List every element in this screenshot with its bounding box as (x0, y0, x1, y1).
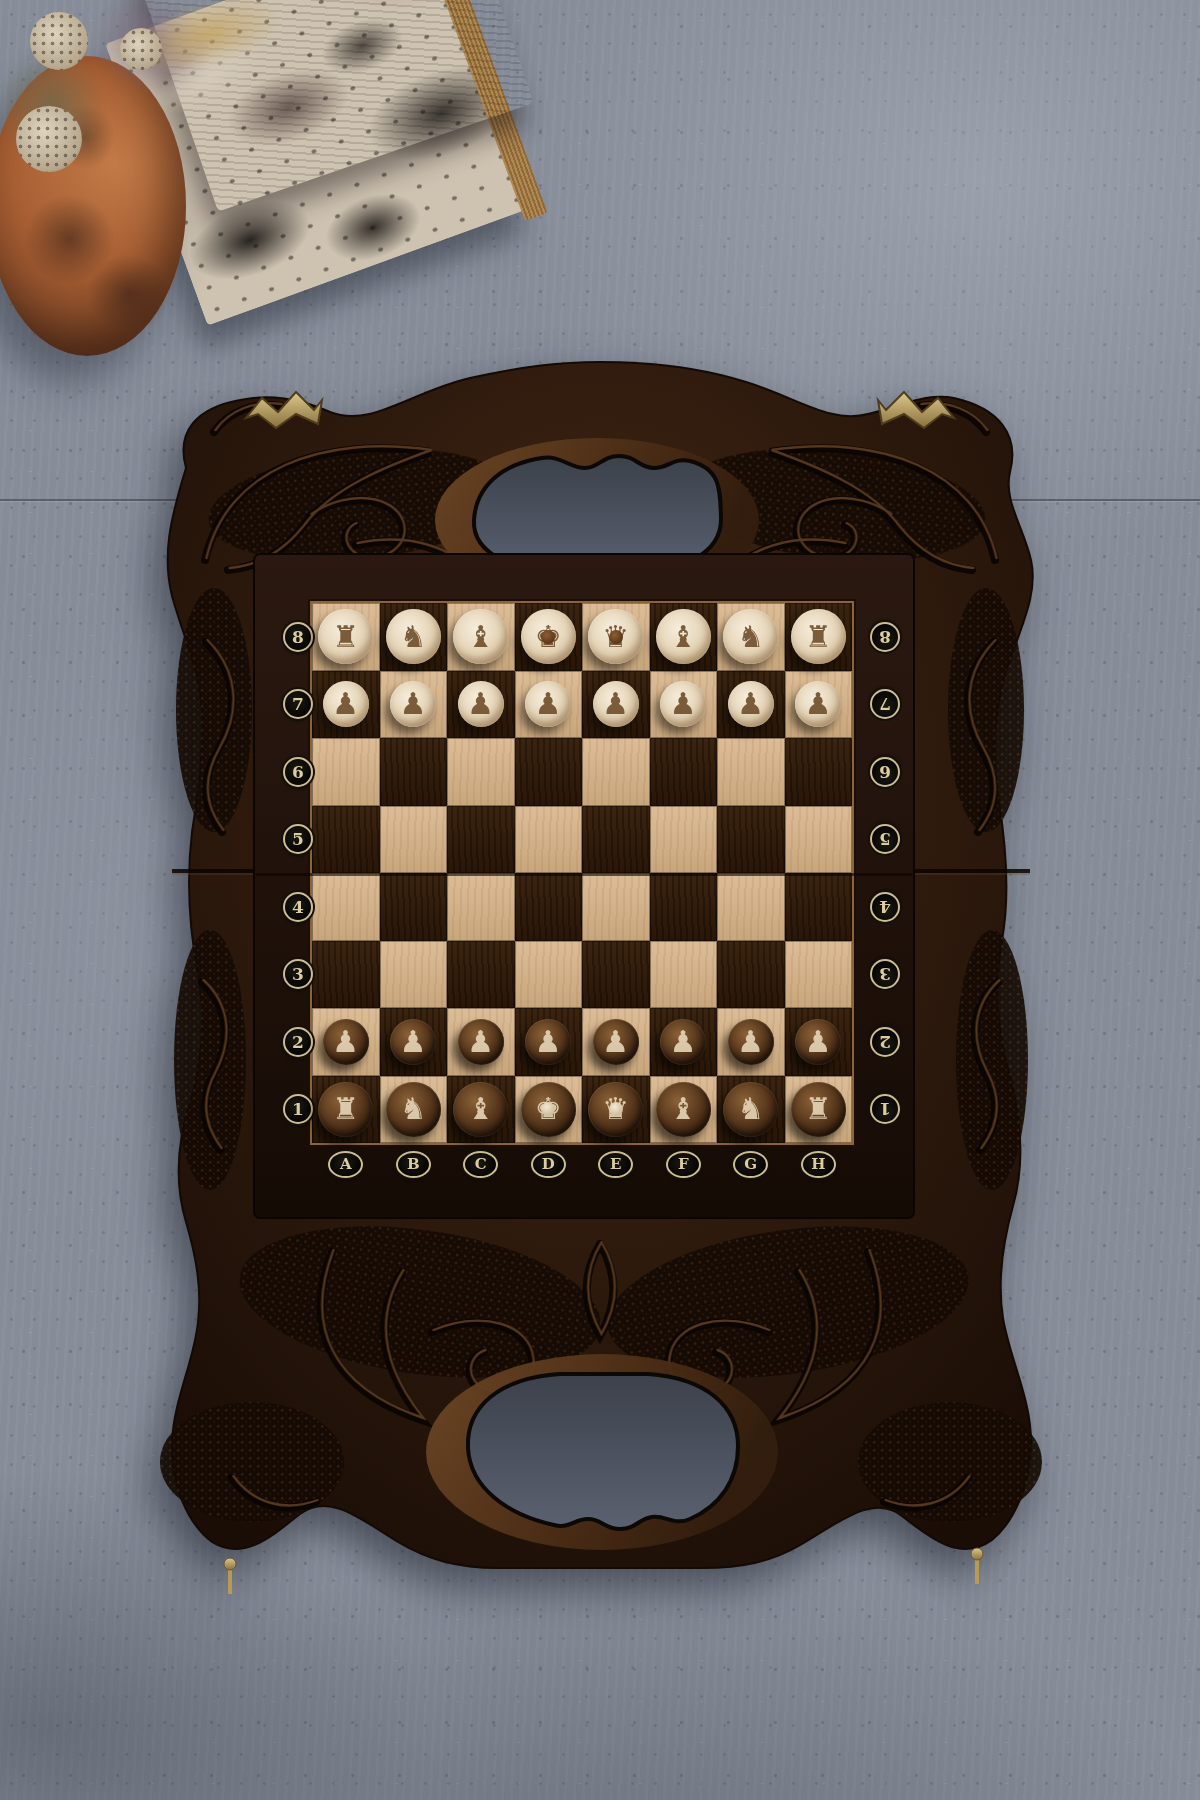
square-h5 (785, 806, 853, 874)
piece-black-bishop: ♝ (447, 1076, 515, 1144)
piece-black-pawn: ♟ (582, 1008, 650, 1076)
square-g5 (717, 806, 785, 874)
rank-slot: 7 (870, 671, 900, 739)
file-slot: H (785, 1149, 853, 1179)
rank-label-right-5: 5 (870, 824, 900, 854)
piece-white-pawn: ♟ (312, 671, 380, 739)
piece-white-rook: ♜ (312, 603, 380, 671)
rank-label-right-4: 4 (870, 892, 900, 922)
bottom-handle-cutout (468, 1374, 738, 1529)
brass-pin-right (971, 1548, 983, 1584)
rook-glyph-icon: ♜ (332, 1094, 359, 1124)
rank-slot: 6 (283, 738, 313, 806)
square-a7: ♟ (312, 671, 380, 739)
pawn-glyph-icon: ♟ (332, 1027, 359, 1057)
square-f1: ♝ (650, 1076, 718, 1144)
rank-slot: 1 (870, 1076, 900, 1144)
rank-slot: 5 (283, 806, 313, 874)
file-label-a: A (328, 1151, 363, 1178)
piece-white-pawn: ♟ (650, 671, 718, 739)
rank-slot: 2 (283, 1008, 313, 1076)
knight-glyph-icon: ♞ (737, 1094, 764, 1124)
square-d2: ♟ (515, 1008, 583, 1076)
bishop-glyph-icon: ♝ (467, 1094, 494, 1124)
piece-white-queen: ♛ (582, 603, 650, 671)
square-d5 (515, 806, 583, 874)
piece-black-pawn: ♟ (515, 1008, 583, 1076)
pawn-glyph-icon: ♟ (805, 1027, 832, 1057)
piece-black-pawn: ♟ (447, 1008, 515, 1076)
rank-slot: 3 (283, 941, 313, 1009)
square-h8: ♜ (785, 603, 853, 671)
square-g8: ♞ (717, 603, 785, 671)
rook-glyph-icon: ♜ (805, 1094, 832, 1124)
square-a3 (312, 941, 380, 1009)
rank-slot: 8 (283, 603, 313, 671)
square-c4 (447, 873, 515, 941)
square-e7: ♟ (582, 671, 650, 739)
rank-label-left-7: 7 (283, 689, 313, 719)
file-slot: E (582, 1149, 650, 1179)
square-h3 (785, 941, 853, 1009)
square-h1: ♜ (785, 1076, 853, 1144)
file-slot: C (447, 1149, 515, 1179)
square-a6 (312, 738, 380, 806)
square-c1: ♝ (447, 1076, 515, 1144)
piece-black-pawn: ♟ (785, 1008, 853, 1076)
pawn-glyph-icon: ♟ (535, 1027, 562, 1057)
piece-black-rook: ♜ (312, 1076, 380, 1144)
square-a5 (312, 806, 380, 874)
square-f6 (650, 738, 718, 806)
rank-label-right-6: 6 (870, 757, 900, 787)
file-label-h: H (801, 1151, 836, 1178)
rank-slot: 8 (870, 603, 900, 671)
square-a2: ♟ (312, 1008, 380, 1076)
rank-label-left-8: 8 (283, 622, 313, 652)
pawn-glyph-icon: ♟ (400, 689, 427, 719)
square-d6 (515, 738, 583, 806)
piece-black-knight: ♞ (717, 1076, 785, 1144)
square-f8: ♝ (650, 603, 718, 671)
pawn-glyph-icon: ♟ (737, 1027, 764, 1057)
file-label-b: B (396, 1151, 431, 1178)
square-c8: ♝ (447, 603, 515, 671)
square-f7: ♟ (650, 671, 718, 739)
square-d1: ♚ (515, 1076, 583, 1144)
square-a8: ♜ (312, 603, 380, 671)
square-f4 (650, 873, 718, 941)
square-e6 (582, 738, 650, 806)
piece-black-pawn: ♟ (717, 1008, 785, 1076)
square-g3 (717, 941, 785, 1009)
rank-label-left-1: 1 (283, 1094, 313, 1124)
square-c5 (447, 806, 515, 874)
pawn-glyph-icon: ♟ (400, 1027, 427, 1057)
square-b6 (380, 738, 448, 806)
pawn-glyph-icon: ♟ (602, 689, 629, 719)
square-a1: ♜ (312, 1076, 380, 1144)
piece-black-pawn: ♟ (380, 1008, 448, 1076)
pawn-glyph-icon: ♟ (805, 689, 832, 719)
rank-label-right-8: 8 (870, 622, 900, 652)
rank-label-right-1: 1 (870, 1094, 900, 1124)
piece-white-knight: ♞ (717, 603, 785, 671)
square-e4 (582, 873, 650, 941)
rook-glyph-icon: ♜ (332, 622, 359, 652)
file-slot: B (380, 1149, 448, 1179)
bishop-glyph-icon: ♝ (467, 622, 494, 652)
rank-slot: 1 (283, 1076, 313, 1144)
rank-slot: 3 (870, 941, 900, 1009)
rank-slot: 4 (283, 873, 313, 941)
file-slot: D (515, 1149, 583, 1179)
rank-label-right-3: 3 (870, 959, 900, 989)
pawn-glyph-icon: ♟ (670, 1027, 697, 1057)
rank-label-right-2: 2 (870, 1027, 900, 1057)
file-slot: A (312, 1149, 380, 1179)
rank-label-left-6: 6 (283, 757, 313, 787)
pawn-glyph-icon: ♟ (535, 689, 562, 719)
rank-label-left-3: 3 (283, 959, 313, 989)
pawn-glyph-icon: ♟ (467, 1027, 494, 1057)
bishop-glyph-icon: ♝ (670, 1094, 697, 1124)
rank-label-left-4: 4 (283, 892, 313, 922)
square-a4 (312, 873, 380, 941)
pawn-glyph-icon: ♟ (602, 1027, 629, 1057)
pawn-glyph-icon: ♟ (737, 689, 764, 719)
piece-black-pawn: ♟ (650, 1008, 718, 1076)
square-b2: ♟ (380, 1008, 448, 1076)
piece-black-king: ♚ (515, 1076, 583, 1144)
knight-glyph-icon: ♞ (400, 1094, 427, 1124)
rank-slot: 7 (283, 671, 313, 739)
piece-white-pawn: ♟ (785, 671, 853, 739)
piece-white-king: ♚ (515, 603, 583, 671)
rank-label-left-5: 5 (283, 824, 313, 854)
square-g7: ♟ (717, 671, 785, 739)
pawn-glyph-icon: ♟ (670, 689, 697, 719)
piece-white-knight: ♞ (380, 603, 448, 671)
rank-label-left-2: 2 (283, 1027, 313, 1057)
pawn-glyph-icon: ♟ (467, 689, 494, 719)
square-h7: ♟ (785, 671, 853, 739)
piece-black-bishop: ♝ (650, 1076, 718, 1144)
square-e3 (582, 941, 650, 1009)
rank-slot: 5 (870, 806, 900, 874)
square-e8: ♛ (582, 603, 650, 671)
square-c3 (447, 941, 515, 1009)
square-d7: ♟ (515, 671, 583, 739)
file-label-f: F (666, 1151, 701, 1178)
square-h2: ♟ (785, 1008, 853, 1076)
queen-finial-ball (609, 630, 623, 644)
piece-white-pawn: ♟ (380, 671, 448, 739)
file-slot: G (717, 1149, 785, 1179)
file-label-e: E (598, 1151, 633, 1178)
square-c7: ♟ (447, 671, 515, 739)
queen-finial-ball (609, 1102, 623, 1116)
chess-board-area: ♜♞♝♚♛♝♞♜♟♟♟♟♟♟♟♟♟♟♟♟♟♟♟♟♜♞♝♚♛♝♞♜ 8765432… (256, 556, 912, 1218)
brass-pin-left (224, 1558, 236, 1594)
piece-white-bishop: ♝ (447, 603, 515, 671)
square-h4 (785, 873, 853, 941)
square-b7: ♟ (380, 671, 448, 739)
file-slot: F (650, 1149, 718, 1179)
piece-black-queen: ♛ (582, 1076, 650, 1144)
square-f5 (650, 806, 718, 874)
rank-label-right-7: 7 (870, 689, 900, 719)
square-b8: ♞ (380, 603, 448, 671)
piece-white-rook: ♜ (785, 603, 853, 671)
square-f2: ♟ (650, 1008, 718, 1076)
square-b3 (380, 941, 448, 1009)
square-c6 (447, 738, 515, 806)
square-b1: ♞ (380, 1076, 448, 1144)
square-g1: ♞ (717, 1076, 785, 1144)
piece-white-bishop: ♝ (650, 603, 718, 671)
square-f3 (650, 941, 718, 1009)
bishop-glyph-icon: ♝ (670, 622, 697, 652)
board-fold-seam (256, 873, 912, 876)
square-d8: ♚ (515, 603, 583, 671)
square-h6 (785, 738, 853, 806)
file-label-c: C (463, 1151, 498, 1178)
square-e5 (582, 806, 650, 874)
file-labels: ABCDEFGH (312, 1149, 852, 1179)
piece-white-pawn: ♟ (717, 671, 785, 739)
square-g2: ♟ (717, 1008, 785, 1076)
rank-slot: 6 (870, 738, 900, 806)
square-b5 (380, 806, 448, 874)
piece-white-pawn: ♟ (582, 671, 650, 739)
knight-glyph-icon: ♞ (737, 622, 764, 652)
square-e2: ♟ (582, 1008, 650, 1076)
square-d3 (515, 941, 583, 1009)
king-finial-ball (541, 630, 555, 644)
square-g6 (717, 738, 785, 806)
square-d4 (515, 873, 583, 941)
square-e1: ♛ (582, 1076, 650, 1144)
photo-scene: ♜♞♝♚♛♝♞♜♟♟♟♟♟♟♟♟♟♟♟♟♟♟♟♟♜♞♝♚♛♝♞♜ 8765432… (0, 0, 1200, 1800)
file-label-g: G (733, 1151, 768, 1178)
file-label-d: D (531, 1151, 566, 1178)
piece-white-pawn: ♟ (447, 671, 515, 739)
piece-black-rook: ♜ (785, 1076, 853, 1144)
rank-slot: 4 (870, 873, 900, 941)
square-c2: ♟ (447, 1008, 515, 1076)
square-b4 (380, 873, 448, 941)
piece-black-knight: ♞ (380, 1076, 448, 1144)
piece-black-pawn: ♟ (312, 1008, 380, 1076)
rank-slot: 2 (870, 1008, 900, 1076)
piece-white-pawn: ♟ (515, 671, 583, 739)
rook-glyph-icon: ♜ (805, 622, 832, 652)
knight-glyph-icon: ♞ (400, 622, 427, 652)
pawn-glyph-icon: ♟ (332, 689, 359, 719)
square-g4 (717, 873, 785, 941)
